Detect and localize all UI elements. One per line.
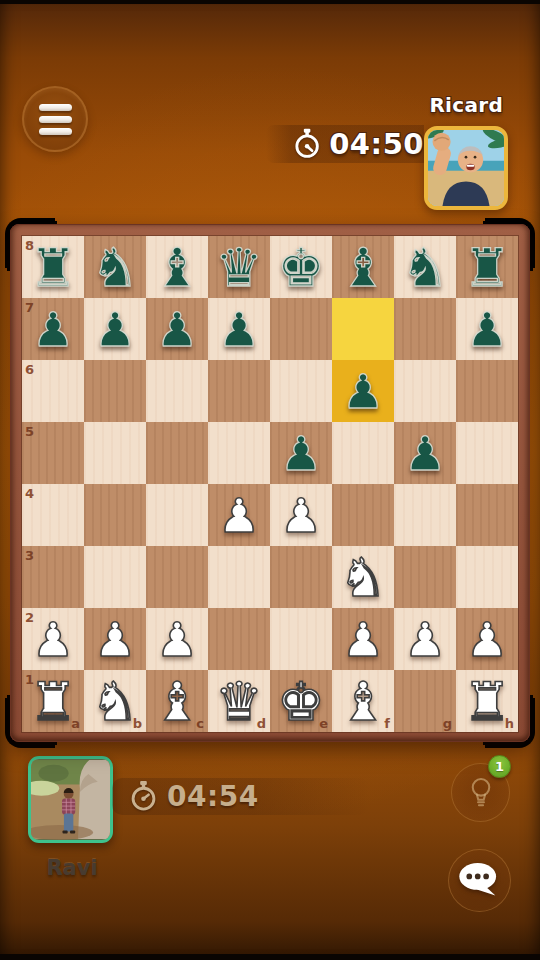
lightbulb-icon: [467, 776, 495, 810]
player-avatar-image: [31, 759, 110, 840]
game-screen: Ricard 04:50: [0, 0, 540, 960]
white-pawn-g2[interactable]: ♟: [394, 608, 456, 670]
square-a2[interactable]: 2♟: [22, 608, 84, 670]
rank-label: 4: [25, 486, 34, 501]
square-e2[interactable]: [270, 608, 332, 670]
stopwatch-icon: [130, 781, 157, 812]
rank-label: 2: [25, 610, 34, 625]
square-f5[interactable]: [332, 422, 394, 484]
white-pawn-f2[interactable]: ♟: [332, 608, 394, 670]
rank-label: 1: [25, 672, 34, 687]
file-label: b: [133, 716, 142, 731]
player-clock: 04:54: [112, 778, 370, 815]
black-queen-d8[interactable]: ♛: [208, 236, 270, 298]
square-b6[interactable]: [84, 360, 146, 422]
square-e7[interactable]: [270, 298, 332, 360]
square-h7[interactable]: ♟: [456, 298, 518, 360]
player-avatar[interactable]: [28, 756, 113, 843]
opponent-name: Ricard: [429, 93, 503, 117]
player-name: Ravi: [22, 856, 122, 880]
hint-badge-count: 1: [495, 759, 504, 774]
black-rook-h8[interactable]: ♜: [456, 236, 518, 298]
square-e8[interactable]: ♚: [270, 236, 332, 298]
square-c7[interactable]: ♟: [146, 298, 208, 360]
chat-button[interactable]: [448, 849, 511, 912]
stopwatch-icon: [294, 127, 320, 161]
file-label: e: [319, 716, 328, 731]
black-pawn-c7[interactable]: ♟: [146, 298, 208, 360]
rank-label: 5: [25, 424, 34, 439]
square-c3[interactable]: [146, 546, 208, 608]
square-h3[interactable]: [456, 546, 518, 608]
square-f6[interactable]: ♟: [332, 360, 394, 422]
rank-label: 6: [25, 362, 34, 377]
black-pawn-g5[interactable]: ♟: [394, 422, 456, 484]
opponent-avatar[interactable]: [424, 126, 508, 210]
square-b3[interactable]: [84, 546, 146, 608]
chat-bubble-icon: [457, 860, 503, 902]
square-d4[interactable]: ♟: [208, 484, 270, 546]
square-f1[interactable]: f♝: [332, 670, 394, 732]
square-a1[interactable]: 1a♜: [22, 670, 84, 732]
white-knight-f3[interactable]: ♞: [332, 546, 394, 608]
square-d7[interactable]: ♟: [208, 298, 270, 360]
square-h5[interactable]: [456, 422, 518, 484]
square-d6[interactable]: [208, 360, 270, 422]
square-h8[interactable]: ♜: [456, 236, 518, 298]
rank-label: 3: [25, 548, 34, 563]
chess-board: 8♜♞♝♛♚♝♞♜7♟♟♟♟♟6♟5♟♟4♟♟3♞2♟♟♟♟♟♟1a♜b♞c♝d…: [10, 224, 530, 742]
square-b4[interactable]: [84, 484, 146, 546]
square-b7[interactable]: ♟: [84, 298, 146, 360]
square-e6[interactable]: [270, 360, 332, 422]
square-a5[interactable]: 5: [22, 422, 84, 484]
black-pawn-b7[interactable]: ♟: [84, 298, 146, 360]
square-g5[interactable]: ♟: [394, 422, 456, 484]
black-pawn-h7[interactable]: ♟: [456, 298, 518, 360]
square-e5[interactable]: ♟: [270, 422, 332, 484]
square-c8[interactable]: ♝: [146, 236, 208, 298]
black-bishop-f8[interactable]: ♝: [332, 236, 394, 298]
square-d2[interactable]: [208, 608, 270, 670]
square-b2[interactable]: ♟: [84, 608, 146, 670]
square-b5[interactable]: [84, 422, 146, 484]
square-h4[interactable]: [456, 484, 518, 546]
square-a3[interactable]: 3: [22, 546, 84, 608]
file-label: h: [505, 716, 514, 731]
square-h6[interactable]: [456, 360, 518, 422]
square-e4[interactable]: ♟: [270, 484, 332, 546]
square-c6[interactable]: [146, 360, 208, 422]
square-e1[interactable]: e♚: [270, 670, 332, 732]
square-c4[interactable]: [146, 484, 208, 546]
square-c1[interactable]: c♝: [146, 670, 208, 732]
square-g6[interactable]: [394, 360, 456, 422]
black-knight-g8[interactable]: ♞: [394, 236, 456, 298]
black-pawn-f6[interactable]: ♟: [332, 360, 394, 422]
square-g8[interactable]: ♞: [394, 236, 456, 298]
black-pawn-e5[interactable]: ♟: [270, 422, 332, 484]
opponent-avatar-image: [428, 130, 504, 206]
file-label: c: [196, 716, 204, 731]
menu-button[interactable]: [22, 86, 88, 152]
square-g2[interactable]: ♟: [394, 608, 456, 670]
square-a7[interactable]: 7♟: [22, 298, 84, 360]
square-f8[interactable]: ♝: [332, 236, 394, 298]
file-label: a: [71, 716, 80, 731]
square-d8[interactable]: ♛: [208, 236, 270, 298]
square-b1[interactable]: b♞: [84, 670, 146, 732]
black-king-e8[interactable]: ♚: [270, 236, 332, 298]
file-label: g: [443, 716, 452, 731]
square-c5[interactable]: [146, 422, 208, 484]
square-d3[interactable]: [208, 546, 270, 608]
white-pawn-b2[interactable]: ♟: [84, 608, 146, 670]
white-pawn-e4[interactable]: ♟: [270, 484, 332, 546]
square-g3[interactable]: [394, 546, 456, 608]
board-grid: 8♜♞♝♛♚♝♞♜7♟♟♟♟♟6♟5♟♟4♟♟3♞2♟♟♟♟♟♟1a♜b♞c♝d…: [22, 236, 518, 732]
square-a4[interactable]: 4: [22, 484, 84, 546]
square-g4[interactable]: [394, 484, 456, 546]
square-d1[interactable]: d♛: [208, 670, 270, 732]
square-d5[interactable]: [208, 422, 270, 484]
black-pawn-d7[interactable]: ♟: [208, 298, 270, 360]
square-h1[interactable]: h♜: [456, 670, 518, 732]
file-label: d: [257, 716, 266, 731]
square-f3[interactable]: ♞: [332, 546, 394, 608]
rank-label: 7: [25, 300, 34, 315]
black-bishop-c8[interactable]: ♝: [146, 236, 208, 298]
square-b8[interactable]: ♞: [84, 236, 146, 298]
square-f4[interactable]: [332, 484, 394, 546]
white-pawn-d4[interactable]: ♟: [208, 484, 270, 546]
white-pawn-h2[interactable]: ♟: [456, 608, 518, 670]
rank-label: 8: [25, 238, 34, 253]
square-e3[interactable]: [270, 546, 332, 608]
square-c2[interactable]: ♟: [146, 608, 208, 670]
square-g7[interactable]: [394, 298, 456, 360]
opponent-time: 04:50: [329, 127, 424, 161]
square-g1[interactable]: g: [394, 670, 456, 732]
white-pawn-c2[interactable]: ♟: [146, 608, 208, 670]
square-a8[interactable]: 8♜: [22, 236, 84, 298]
black-knight-b8[interactable]: ♞: [84, 236, 146, 298]
square-a6[interactable]: 6: [22, 360, 84, 422]
square-f7[interactable]: [332, 298, 394, 360]
square-f2[interactable]: ♟: [332, 608, 394, 670]
opponent-clock: 04:50: [266, 125, 424, 163]
hint-badge: 1: [488, 755, 511, 778]
player-time: 04:54: [167, 780, 259, 813]
square-h2[interactable]: ♟: [456, 608, 518, 670]
file-label: f: [384, 716, 390, 731]
